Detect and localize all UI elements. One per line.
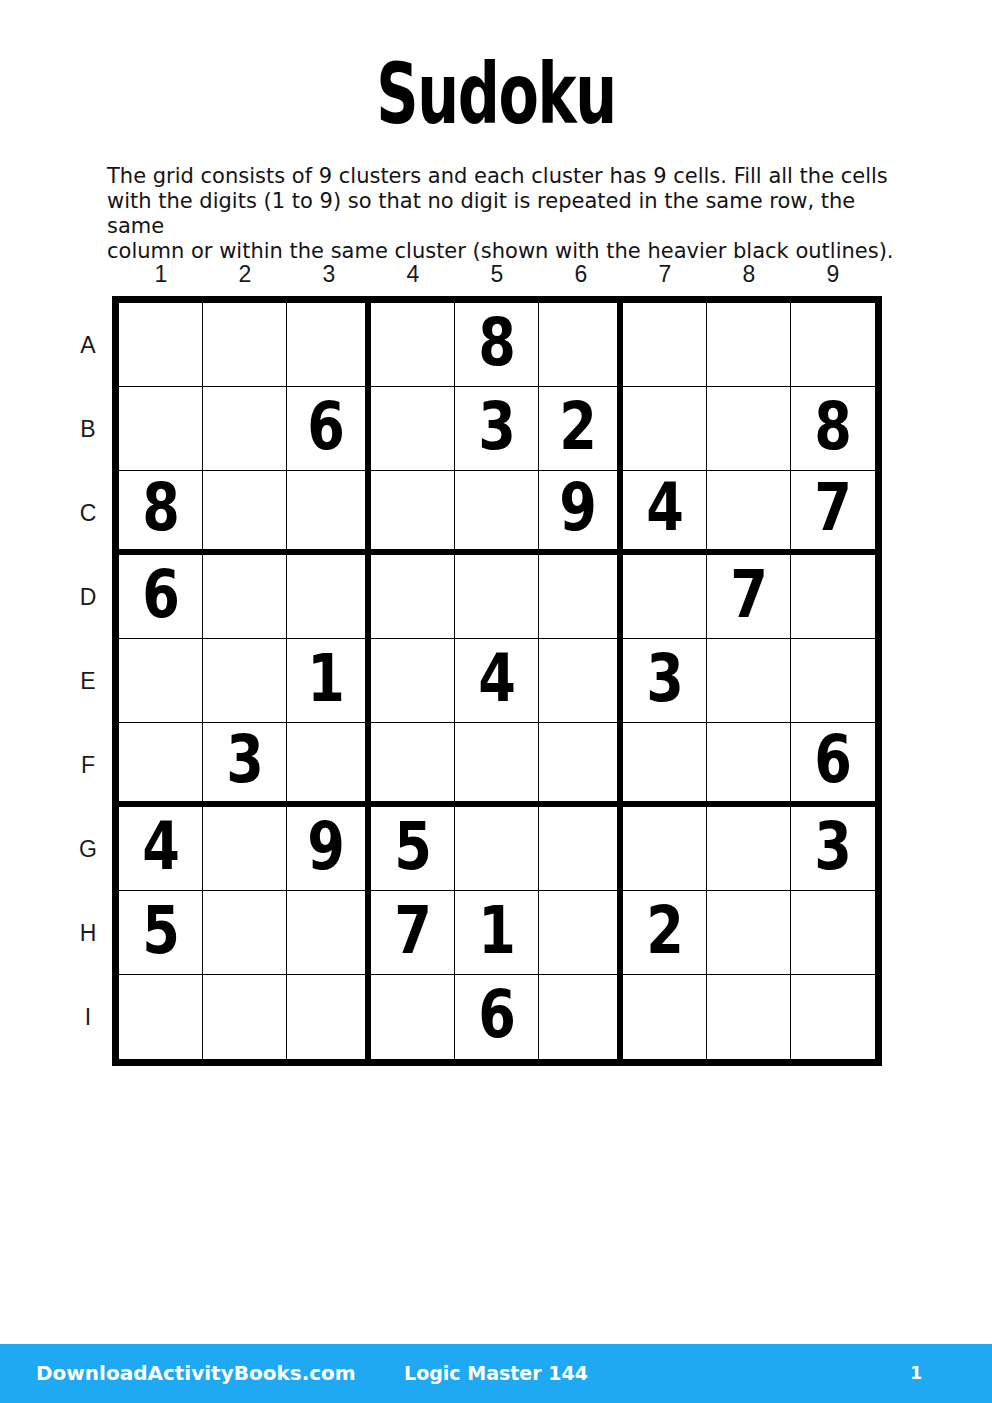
cell-D2[interactable] <box>203 555 287 639</box>
instructions-line-2: with the digits (1 to 9) so that no digi… <box>107 189 907 239</box>
cell-D9[interactable] <box>791 555 875 639</box>
cell-G8[interactable] <box>707 807 791 891</box>
row-label-G: G <box>68 807 108 891</box>
row-label-I: I <box>68 975 108 1059</box>
given-digit: 8 <box>478 310 516 380</box>
given-digit: 7 <box>730 562 768 632</box>
cell-H6[interactable] <box>539 891 623 975</box>
cell-I7[interactable] <box>623 975 707 1059</box>
cell-H8[interactable] <box>707 891 791 975</box>
given-digit: 3 <box>646 646 684 716</box>
cell-A9[interactable] <box>791 303 875 387</box>
cell-C1[interactable]: 8 <box>119 471 203 555</box>
cell-B7[interactable] <box>623 387 707 471</box>
row-label-D: D <box>68 555 108 639</box>
cell-A3[interactable] <box>287 303 371 387</box>
cell-D7[interactable] <box>623 555 707 639</box>
given-digit: 8 <box>814 394 852 464</box>
cell-D6[interactable] <box>539 555 623 639</box>
cell-C5[interactable] <box>455 471 539 555</box>
cell-F3[interactable] <box>287 723 371 807</box>
cell-F4[interactable] <box>371 723 455 807</box>
cell-C6[interactable]: 9 <box>539 471 623 555</box>
cell-I9[interactable] <box>791 975 875 1059</box>
row-label-E: E <box>68 639 108 723</box>
given-digit: 9 <box>559 475 597 545</box>
cell-G3[interactable]: 9 <box>287 807 371 891</box>
cell-F2[interactable]: 3 <box>203 723 287 807</box>
given-digit: 7 <box>814 475 852 545</box>
page-title: Sudoku <box>149 52 843 136</box>
cell-E1[interactable] <box>119 639 203 723</box>
cell-B3[interactable]: 6 <box>287 387 371 471</box>
row-label-A: A <box>68 303 108 387</box>
cell-A2[interactable] <box>203 303 287 387</box>
cell-G9[interactable]: 3 <box>791 807 875 891</box>
cell-D8[interactable]: 7 <box>707 555 791 639</box>
cell-C3[interactable] <box>287 471 371 555</box>
given-digit: 4 <box>478 646 516 716</box>
cell-G1[interactable]: 4 <box>119 807 203 891</box>
cell-H5[interactable]: 1 <box>455 891 539 975</box>
cell-E8[interactable] <box>707 639 791 723</box>
cell-F1[interactable] <box>119 723 203 807</box>
cell-E3[interactable]: 1 <box>287 639 371 723</box>
cell-G6[interactable] <box>539 807 623 891</box>
cell-B2[interactable] <box>203 387 287 471</box>
col-label-7: 7 <box>623 261 707 292</box>
cell-I3[interactable] <box>287 975 371 1059</box>
col-label-2: 2 <box>203 261 287 292</box>
cell-A8[interactable] <box>707 303 791 387</box>
given-digit: 1 <box>478 898 516 968</box>
cell-I6[interactable] <box>539 975 623 1059</box>
cell-C8[interactable] <box>707 471 791 555</box>
cell-A4[interactable] <box>371 303 455 387</box>
given-digit: 4 <box>646 475 684 545</box>
given-digit: 6 <box>142 562 180 632</box>
footer-book-title: Logic Master 144 <box>0 1362 992 1384</box>
given-digit: 5 <box>394 814 432 884</box>
col-label-8: 8 <box>707 261 791 292</box>
cell-D4[interactable] <box>371 555 455 639</box>
row-label-C: C <box>68 471 108 555</box>
cell-H3[interactable] <box>287 891 371 975</box>
footer-page-number: 1 <box>910 1363 922 1383</box>
cell-B1[interactable] <box>119 387 203 471</box>
given-digit: 5 <box>142 898 180 968</box>
cell-G7[interactable] <box>623 807 707 891</box>
column-labels: 123456789 <box>119 256 875 292</box>
cell-E5[interactable]: 4 <box>455 639 539 723</box>
cell-A6[interactable] <box>539 303 623 387</box>
cell-E4[interactable] <box>371 639 455 723</box>
cell-B4[interactable] <box>371 387 455 471</box>
cell-B5[interactable]: 3 <box>455 387 539 471</box>
col-label-4: 4 <box>371 261 455 292</box>
cell-E6[interactable] <box>539 639 623 723</box>
given-digit: 3 <box>478 394 516 464</box>
given-digit: 3 <box>814 814 852 884</box>
given-digit: 6 <box>478 982 516 1052</box>
cell-F9[interactable]: 6 <box>791 723 875 807</box>
given-digit: 4 <box>142 814 180 884</box>
cell-G5[interactable] <box>455 807 539 891</box>
cell-F6[interactable] <box>539 723 623 807</box>
cell-C7[interactable]: 4 <box>623 471 707 555</box>
row-labels: ABCDEFGHI <box>68 303 108 1059</box>
given-digit: 8 <box>142 475 180 545</box>
cell-H2[interactable] <box>203 891 287 975</box>
given-digit: 2 <box>559 394 597 464</box>
cell-C2[interactable] <box>203 471 287 555</box>
cell-B9[interactable]: 8 <box>791 387 875 471</box>
given-digit: 7 <box>394 898 432 968</box>
cell-E9[interactable] <box>791 639 875 723</box>
given-digit: 2 <box>646 898 684 968</box>
cell-G4[interactable]: 5 <box>371 807 455 891</box>
footer-bar: DownloadActivityBooks.com Logic Master 1… <box>0 1344 992 1403</box>
row-label-H: H <box>68 891 108 975</box>
cell-A7[interactable] <box>623 303 707 387</box>
col-label-5: 5 <box>455 261 539 292</box>
col-label-9: 9 <box>791 261 875 292</box>
cell-I8[interactable] <box>707 975 791 1059</box>
cell-G2[interactable] <box>203 807 287 891</box>
given-digit: 1 <box>307 646 345 716</box>
cell-I1[interactable] <box>119 975 203 1059</box>
cell-I5[interactable]: 6 <box>455 975 539 1059</box>
cell-C9[interactable]: 7 <box>791 471 875 555</box>
row-label-F: F <box>68 723 108 807</box>
cell-H7[interactable]: 2 <box>623 891 707 975</box>
col-label-3: 3 <box>287 261 371 292</box>
instructions-line-1: The grid consists of 9 clusters and each… <box>107 164 907 189</box>
cell-H1[interactable]: 5 <box>119 891 203 975</box>
cell-D3[interactable] <box>287 555 371 639</box>
given-digit: 6 <box>814 727 852 797</box>
given-digit: 6 <box>307 394 345 464</box>
col-label-6: 6 <box>539 261 623 292</box>
cell-B8[interactable] <box>707 387 791 471</box>
cell-F5[interactable] <box>455 723 539 807</box>
given-digit: 9 <box>307 814 345 884</box>
sudoku-grid: 8632889476714336495357126 <box>112 296 882 1066</box>
cell-D1[interactable]: 6 <box>119 555 203 639</box>
cell-C4[interactable] <box>371 471 455 555</box>
cell-F8[interactable] <box>707 723 791 807</box>
cell-D5[interactable] <box>455 555 539 639</box>
cell-E2[interactable] <box>203 639 287 723</box>
cell-H4[interactable]: 7 <box>371 891 455 975</box>
cell-E7[interactable]: 3 <box>623 639 707 723</box>
cell-I4[interactable] <box>371 975 455 1059</box>
col-label-1: 1 <box>119 261 203 292</box>
cell-A1[interactable] <box>119 303 203 387</box>
cell-B6[interactable]: 2 <box>539 387 623 471</box>
cell-F7[interactable] <box>623 723 707 807</box>
cell-H9[interactable] <box>791 891 875 975</box>
given-digit: 3 <box>226 727 264 797</box>
instructions: The grid consists of 9 clusters and each… <box>107 164 907 264</box>
row-label-B: B <box>68 387 108 471</box>
cell-I2[interactable] <box>203 975 287 1059</box>
cell-A5[interactable]: 8 <box>455 303 539 387</box>
